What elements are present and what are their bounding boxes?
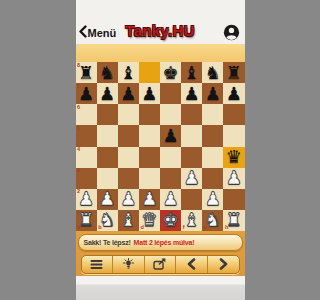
square-d6[interactable] <box>139 104 160 125</box>
menu-button[interactable] <box>82 256 114 273</box>
rank-label-3: 3 <box>77 168 80 174</box>
square-a4[interactable]: 4 <box>76 147 97 168</box>
square-a7[interactable]: 7♟ <box>76 83 97 104</box>
square-c7[interactable]: ♟ <box>118 83 139 104</box>
square-b2[interactable]: ♟ <box>97 189 118 210</box>
square-g4[interactable] <box>202 147 223 168</box>
piece-black-knight[interactable]: ♞ <box>97 62 118 83</box>
square-h4[interactable]: ♛ <box>223 147 244 168</box>
hint-button[interactable] <box>113 256 145 273</box>
square-a8[interactable]: 8♜ <box>76 62 97 83</box>
piece-black-pawn[interactable]: ♟ <box>181 83 202 104</box>
rank-label-5: 5 <box>77 126 80 132</box>
piece-black-king[interactable]: ♚ <box>160 62 181 83</box>
square-e4[interactable] <box>160 147 181 168</box>
square-a5[interactable]: 5 <box>76 125 97 146</box>
square-b5[interactable] <box>97 125 118 146</box>
square-f3[interactable]: ♟ <box>181 168 202 189</box>
piece-black-pawn[interactable]: ♟ <box>97 83 118 104</box>
status-check-message: Sakk! Te lépsz! <box>84 239 131 246</box>
square-c8[interactable]: ♝ <box>118 62 139 83</box>
square-a2[interactable]: 2♟ <box>76 189 97 210</box>
piece-black-pawn[interactable]: ♟ <box>160 125 181 146</box>
square-d8[interactable] <box>139 62 160 83</box>
piece-black-bishop[interactable]: ♝ <box>181 62 202 83</box>
square-f1[interactable]: f♝ <box>181 210 202 231</box>
previous-move-button[interactable] <box>176 256 208 273</box>
square-d5[interactable] <box>139 125 160 146</box>
square-h6[interactable] <box>223 104 244 125</box>
square-d7[interactable]: ♟ <box>139 83 160 104</box>
piece-black-pawn[interactable]: ♟ <box>223 83 244 104</box>
square-d1[interactable]: d♛ <box>139 210 160 231</box>
square-h1[interactable]: h♜ <box>223 210 244 231</box>
rank-label-6: 6 <box>77 105 80 111</box>
square-f5[interactable] <box>181 125 202 146</box>
square-a3[interactable]: 3 <box>76 168 97 189</box>
lightbulb-icon <box>122 256 135 274</box>
square-d4[interactable] <box>139 147 160 168</box>
piece-black-pawn[interactable]: ♟ <box>139 83 160 104</box>
hamburger-icon <box>90 256 103 274</box>
piece-white-rook[interactable]: ♜ <box>223 210 244 231</box>
square-f2[interactable] <box>181 189 202 210</box>
square-b8[interactable]: ♞ <box>97 62 118 83</box>
status-mate-warning: Matt 2 lépés múlva! <box>134 239 195 246</box>
piece-white-king[interactable]: ♚ <box>160 210 181 231</box>
square-g7[interactable]: ♟ <box>202 83 223 104</box>
chess-board: 8♜♞♝♚♝♞♜7♟♟♟♟♟♟♟65♟4♛3♟♟2♟♟♟♟♟♟1a♜b♞c♝d♛… <box>76 62 245 231</box>
square-h7[interactable]: ♟ <box>223 83 244 104</box>
piece-black-pawn[interactable]: ♟ <box>202 83 223 104</box>
square-h5[interactable] <box>223 125 244 146</box>
square-f7[interactable]: ♟ <box>181 83 202 104</box>
square-c1[interactable]: c♝ <box>118 210 139 231</box>
piece-white-rook[interactable]: ♜ <box>76 210 97 231</box>
square-g6[interactable] <box>202 104 223 125</box>
account-button[interactable] <box>223 24 240 41</box>
square-g1[interactable]: g♞ <box>202 210 223 231</box>
square-d2[interactable]: ♟ <box>139 189 160 210</box>
page-background <box>76 276 245 300</box>
square-b4[interactable] <box>97 147 118 168</box>
square-f8[interactable]: ♝ <box>181 62 202 83</box>
square-h8[interactable]: ♜ <box>223 62 244 83</box>
square-e6[interactable] <box>160 104 181 125</box>
piece-white-pawn[interactable]: ♟ <box>181 168 202 189</box>
square-c2[interactable]: ♟ <box>118 189 139 210</box>
square-h3[interactable]: ♟ <box>223 168 244 189</box>
piece-black-pawn[interactable]: ♟ <box>118 83 139 104</box>
square-e1[interactable]: e♚ <box>160 210 181 231</box>
square-c4[interactable] <box>118 147 139 168</box>
square-f4[interactable] <box>181 147 202 168</box>
square-e7[interactable] <box>160 83 181 104</box>
square-e2[interactable]: ♟ <box>160 189 181 210</box>
share-button[interactable] <box>145 256 177 273</box>
bottom-toolbar <box>81 255 240 274</box>
piece-white-pawn[interactable]: ♟ <box>118 189 139 210</box>
next-move-button[interactable] <box>208 256 239 273</box>
square-e5[interactable]: ♟ <box>160 125 181 146</box>
piece-black-rook[interactable]: ♜ <box>76 62 97 83</box>
piece-white-knight[interactable]: ♞ <box>202 210 223 231</box>
square-c3[interactable] <box>118 168 139 189</box>
piece-white-bishop[interactable]: ♝ <box>118 210 139 231</box>
square-c6[interactable] <box>118 104 139 125</box>
square-h2[interactable] <box>223 189 244 210</box>
piece-white-pawn[interactable]: ♟ <box>97 189 118 210</box>
square-c5[interactable] <box>118 125 139 146</box>
piece-white-pawn[interactable]: ♟ <box>202 189 223 210</box>
piece-white-pawn[interactable]: ♟ <box>160 189 181 210</box>
piece-white-pawn[interactable]: ♟ <box>223 168 244 189</box>
user-profile-icon <box>223 27 240 44</box>
chevron-left-icon <box>187 256 196 274</box>
square-b3[interactable] <box>97 168 118 189</box>
square-f6[interactable] <box>181 104 202 125</box>
rank-label-4: 4 <box>77 147 80 153</box>
square-g3[interactable] <box>202 168 223 189</box>
piece-black-queen[interactable]: ♛ <box>223 147 244 168</box>
chevron-right-icon <box>219 256 228 274</box>
chess-app: Menü Tanky.HU 8♜♞♝♚♝♞♜7♟♟♟♟♟♟♟65♟4♛3♟♟2♟… <box>76 0 245 300</box>
square-b7[interactable]: ♟ <box>97 83 118 104</box>
square-e8[interactable]: ♚ <box>160 62 181 83</box>
square-g8[interactable]: ♞ <box>202 62 223 83</box>
status-banner: Sakk! Te lépsz! Matt 2 lépés múlva! <box>78 234 243 251</box>
square-g5[interactable] <box>202 125 223 146</box>
square-d3[interactable] <box>139 168 160 189</box>
piece-black-rook[interactable]: ♜ <box>223 62 244 83</box>
share-icon <box>153 256 167 274</box>
piece-white-queen[interactable]: ♛ <box>139 210 160 231</box>
square-a1[interactable]: 1a♜ <box>76 210 97 231</box>
square-g2[interactable]: ♟ <box>202 189 223 210</box>
piece-black-knight[interactable]: ♞ <box>202 62 223 83</box>
piece-black-bishop[interactable]: ♝ <box>118 62 139 83</box>
piece-white-knight[interactable]: ♞ <box>97 210 118 231</box>
piece-black-pawn[interactable]: ♟ <box>76 83 97 104</box>
nav-bar: Menü Tanky.HU <box>76 0 245 44</box>
square-a6[interactable]: 6 <box>76 104 97 125</box>
piece-white-bishop[interactable]: ♝ <box>181 210 202 231</box>
square-b6[interactable] <box>97 104 118 125</box>
square-e3[interactable] <box>160 168 181 189</box>
app-logo: Tanky.HU <box>76 22 245 39</box>
piece-white-pawn[interactable]: ♟ <box>76 189 97 210</box>
square-b1[interactable]: b♞ <box>97 210 118 231</box>
piece-white-pawn[interactable]: ♟ <box>139 189 160 210</box>
